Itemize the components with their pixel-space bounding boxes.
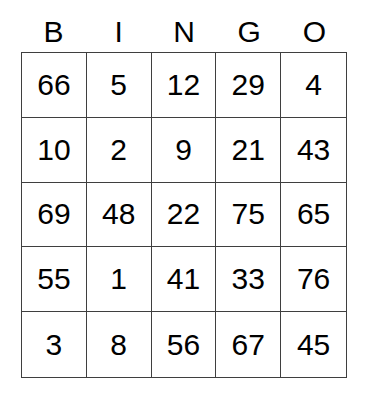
bingo-cell[interactable]: 41 [152,247,217,312]
bingo-cell[interactable]: 55 [22,247,87,312]
bingo-card: B I N G O 66 5 12 29 4 10 2 9 21 43 69 4… [21,9,347,378]
bingo-cell[interactable]: 33 [216,247,281,312]
bingo-cell[interactable]: 66 [22,53,87,118]
bingo-cell[interactable]: 69 [22,183,87,248]
bingo-cell[interactable]: 56 [152,312,217,377]
bingo-cell[interactable]: 5 [87,53,152,118]
bingo-cell[interactable]: 10 [22,118,87,183]
bingo-cell[interactable]: 4 [281,53,346,118]
bingo-cell[interactable]: 21 [216,118,281,183]
bingo-cell[interactable]: 12 [152,53,217,118]
bingo-cell[interactable]: 67 [216,312,281,377]
bingo-cell[interactable]: 22 [152,183,217,248]
bingo-cell[interactable]: 8 [87,312,152,377]
column-header-b: B [21,17,86,52]
bingo-cell[interactable]: 1 [87,247,152,312]
bingo-cell[interactable]: 65 [281,183,346,248]
bingo-cell[interactable]: 76 [281,247,346,312]
bingo-grid: 66 5 12 29 4 10 2 9 21 43 69 48 22 75 65… [21,52,347,378]
bingo-cell[interactable]: 29 [216,53,281,118]
column-header-i: I [86,17,151,52]
column-header-g: G [217,17,282,52]
bingo-cell[interactable]: 9 [152,118,217,183]
bingo-cell[interactable]: 43 [281,118,346,183]
bingo-cell[interactable]: 3 [22,312,87,377]
bingo-cell[interactable]: 75 [216,183,281,248]
column-header-n: N [151,17,216,52]
bingo-cell[interactable]: 45 [281,312,346,377]
bingo-header-row: B I N G O [21,9,347,52]
bingo-cell[interactable]: 48 [87,183,152,248]
column-header-o: O [282,17,347,52]
bingo-cell[interactable]: 2 [87,118,152,183]
